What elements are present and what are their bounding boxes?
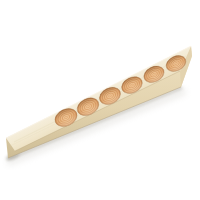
product-photo-stage xyxy=(0,0,200,200)
mancala-board-photo xyxy=(0,0,200,200)
